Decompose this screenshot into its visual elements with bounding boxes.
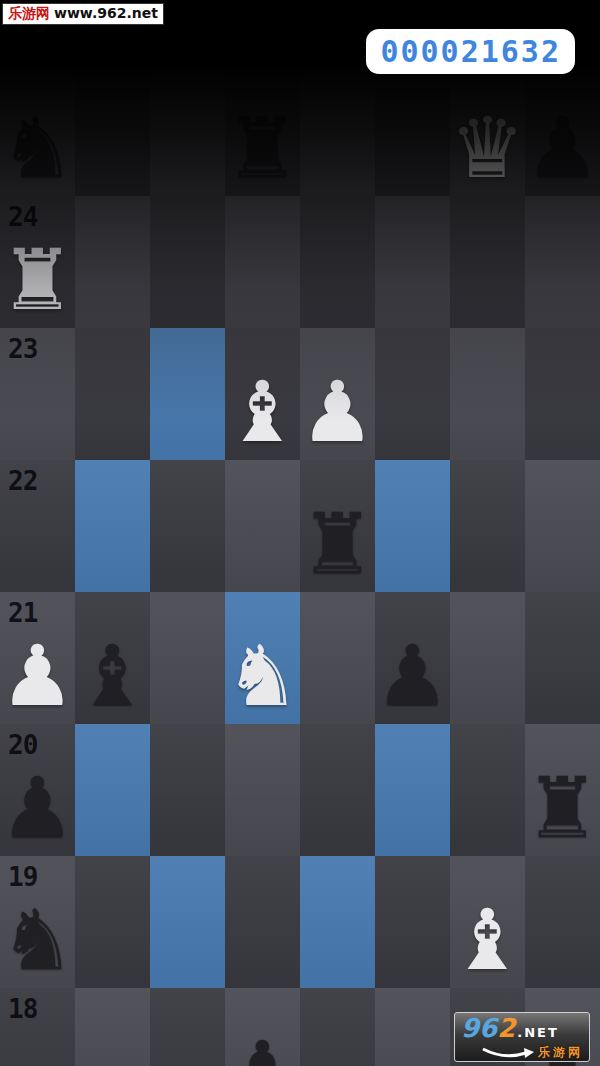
square-r20c4[interactable]: [300, 724, 375, 856]
square-r21c7[interactable]: [525, 592, 600, 724]
square-r18c2[interactable]: [150, 988, 225, 1066]
black-rook[interactable]: ♜: [525, 766, 600, 856]
square-r24c1[interactable]: [75, 196, 150, 328]
square-r24c4[interactable]: [300, 196, 375, 328]
square-r23c6[interactable]: [450, 328, 525, 460]
score-value: 000021632: [380, 34, 561, 69]
chess-board: ♞♜♛♟24♜23♝♟22♜21♟♝♞♟20♟♜19♞♝18♟♟: [0, 64, 600, 1066]
square-r18c3[interactable]: ♟: [225, 988, 300, 1066]
watermark-bottom-site-name: 乐游网: [538, 1044, 583, 1061]
row-label-20: 20: [8, 730, 37, 760]
square-r23c5[interactable]: [375, 328, 450, 460]
watermark-number-orange: 2: [497, 1013, 515, 1043]
square-r25c1[interactable]: [75, 64, 150, 196]
square-r22c4[interactable]: ♜: [300, 460, 375, 592]
square-r25c6[interactable]: ♛: [450, 64, 525, 196]
watermark-bottom-right: 962.NET 乐游网: [454, 1012, 590, 1062]
square-r20c3[interactable]: [225, 724, 300, 856]
square-r23c2[interactable]: [150, 328, 225, 460]
square-r22c1[interactable]: [75, 460, 150, 592]
square-r23c0[interactable]: 23: [0, 328, 75, 460]
square-r19c2[interactable]: [150, 856, 225, 988]
square-r20c2[interactable]: [150, 724, 225, 856]
square-r20c6[interactable]: [450, 724, 525, 856]
watermark-962-net: 962.NET: [461, 1013, 583, 1043]
square-r23c4[interactable]: ♟: [300, 328, 375, 460]
square-r21c0[interactable]: 21♟: [0, 592, 75, 724]
square-r24c2[interactable]: [150, 196, 225, 328]
square-r18c1[interactable]: [75, 988, 150, 1066]
square-r23c3[interactable]: ♝: [225, 328, 300, 460]
row-label-18: 18: [8, 994, 37, 1024]
square-r18c0[interactable]: 18: [0, 988, 75, 1066]
square-r20c1[interactable]: [75, 724, 150, 856]
square-r21c4[interactable]: [300, 592, 375, 724]
square-r23c1[interactable]: [75, 328, 150, 460]
square-r25c0[interactable]: ♞: [0, 64, 75, 196]
white-pawn[interactable]: ♟: [300, 370, 375, 460]
watermark-number-blue: 96: [461, 1013, 497, 1043]
black-rook[interactable]: ♜: [225, 106, 300, 196]
game-screen: ♞♜♛♟24♜23♝♟22♜21♟♝♞♟20♟♜19♞♝18♟♟ 0000216…: [0, 0, 600, 1066]
square-r19c6[interactable]: ♝: [450, 856, 525, 988]
black-pawn[interactable]: ♟: [525, 106, 600, 196]
square-r19c1[interactable]: [75, 856, 150, 988]
watermark-site-row: 乐游网: [461, 1044, 583, 1061]
square-r19c0[interactable]: 19♞: [0, 856, 75, 988]
square-r21c3[interactable]: ♞: [225, 592, 300, 724]
square-r22c2[interactable]: [150, 460, 225, 592]
black-rook[interactable]: ♜: [300, 502, 375, 592]
square-r20c5[interactable]: [375, 724, 450, 856]
watermark-net-label: .NET: [517, 1025, 559, 1040]
watermark-site-name: 乐游网: [8, 5, 50, 21]
black-pawn[interactable]: ♟: [375, 634, 450, 724]
black-knight[interactable]: ♞: [0, 898, 75, 988]
square-r22c7[interactable]: [525, 460, 600, 592]
square-r18c4[interactable]: [300, 988, 375, 1066]
score-display: 000021632: [366, 29, 575, 74]
square-r22c5[interactable]: [375, 460, 450, 592]
white-bishop[interactable]: ♝: [450, 898, 525, 988]
square-r24c6[interactable]: [450, 196, 525, 328]
square-r22c0[interactable]: 22: [0, 460, 75, 592]
white-queen[interactable]: ♛: [450, 106, 525, 196]
black-knight[interactable]: ♞: [0, 106, 75, 196]
row-label-22: 22: [8, 466, 37, 496]
watermark-site-url: www.962.net: [54, 5, 158, 21]
white-pawn[interactable]: ♟: [0, 634, 75, 724]
row-label-24: 24: [8, 202, 37, 232]
square-r25c2[interactable]: [150, 64, 225, 196]
black-pawn[interactable]: ♟: [0, 766, 75, 856]
square-r19c5[interactable]: [375, 856, 450, 988]
black-bishop[interactable]: ♝: [75, 634, 150, 724]
row-label-23: 23: [8, 334, 37, 364]
square-r25c5[interactable]: [375, 64, 450, 196]
white-knight[interactable]: ♞: [225, 634, 300, 724]
square-r18c5[interactable]: [375, 988, 450, 1066]
square-r19c3[interactable]: [225, 856, 300, 988]
square-r25c4[interactable]: [300, 64, 375, 196]
square-r21c1[interactable]: ♝: [75, 592, 150, 724]
row-label-19: 19: [8, 862, 37, 892]
white-rook[interactable]: ♜: [0, 238, 75, 328]
watermark-top-left: 乐游网www.962.net: [2, 3, 164, 25]
square-r23c7[interactable]: [525, 328, 600, 460]
square-r21c2[interactable]: [150, 592, 225, 724]
square-r20c7[interactable]: ♜: [525, 724, 600, 856]
square-r21c6[interactable]: [450, 592, 525, 724]
row-label-21: 21: [8, 598, 37, 628]
square-r22c3[interactable]: [225, 460, 300, 592]
square-r25c7[interactable]: ♟: [525, 64, 600, 196]
square-r19c7[interactable]: [525, 856, 600, 988]
black-pawn[interactable]: ♟: [225, 1030, 300, 1066]
square-r24c0[interactable]: 24♜: [0, 196, 75, 328]
square-r24c3[interactable]: [225, 196, 300, 328]
square-r24c7[interactable]: [525, 196, 600, 328]
white-bishop[interactable]: ♝: [225, 370, 300, 460]
square-r25c3[interactable]: ♜: [225, 64, 300, 196]
square-r22c6[interactable]: [450, 460, 525, 592]
square-r19c4[interactable]: [300, 856, 375, 988]
swoosh-arrow-icon: [482, 1047, 534, 1059]
square-r20c0[interactable]: 20♟: [0, 724, 75, 856]
square-r24c5[interactable]: [375, 196, 450, 328]
square-r21c5[interactable]: ♟: [375, 592, 450, 724]
